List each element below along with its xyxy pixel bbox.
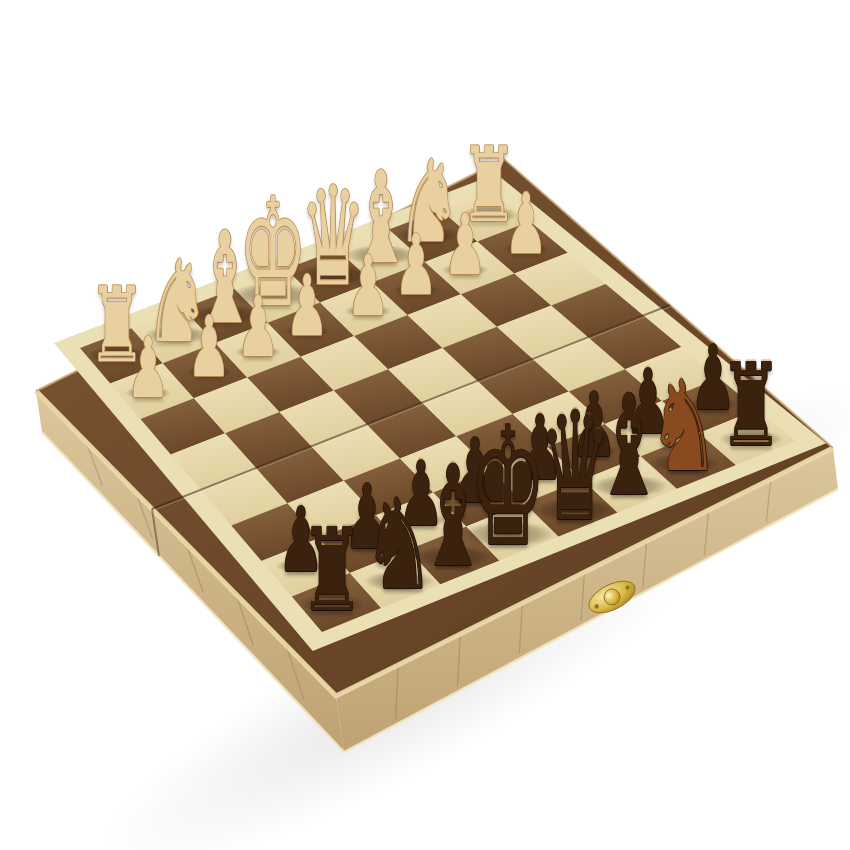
piece-white-pawn-a2[interactable]: ♟ [505, 183, 549, 267]
piece-white-pawn-d2[interactable]: ♟ [346, 244, 390, 328]
piece-black-rook-h8[interactable]: ♜ [300, 514, 364, 629]
piece-black-knight-g8[interactable]: ♞ [363, 482, 435, 608]
piece-white-pawn-g2[interactable]: ♟ [187, 306, 231, 390]
pieces-layer: ♜♞♟♝♟♛♟♚♟♝♟♞♟♜♟♟♟♟♜♟♞♟♝♟♛♟♚♟♝♟♞♜ [0, 0, 850, 850]
piece-black-rook-a8[interactable]: ♜ [719, 349, 783, 464]
scene: ♜♞♟♝♟♛♟♚♟♝♟♞♟♜♟♟♟♟♜♟♞♟♝♟♛♟♚♟♝♟♞♜ [0, 0, 850, 850]
piece-white-pawn-c2[interactable]: ♟ [395, 224, 439, 308]
piece-white-pawn-f2[interactable]: ♟ [236, 285, 280, 369]
piece-white-pawn-b2[interactable]: ♟ [444, 203, 488, 287]
piece-black-queen-d8[interactable]: ♛ [538, 392, 611, 543]
piece-white-pawn-e2[interactable]: ♟ [285, 265, 329, 349]
piece-white-pawn-h2[interactable]: ♟ [126, 326, 170, 410]
